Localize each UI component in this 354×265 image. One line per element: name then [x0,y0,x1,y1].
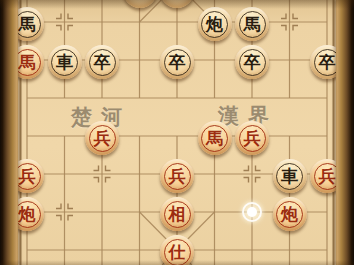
board-intersection[interactable]: 炮 [196,3,234,41]
board-intersection [196,193,234,231]
piece-character: 炮 [281,205,298,223]
board-intersection[interactable]: 卒 [158,41,196,79]
piece-black-chariot[interactable]: 車 [48,45,82,79]
board-intersection [121,79,159,117]
board-intersection [271,3,309,41]
board-intersection [83,193,121,231]
board-intersection [121,155,159,193]
piece-black-cannon[interactable]: 炮 [198,7,232,41]
piece-character: 兵 [94,129,111,147]
board-intersection [46,3,84,41]
board-intersection[interactable]: 卒 [83,41,121,79]
board-intersection[interactable]: 車 [46,41,84,79]
board-intersection [158,79,196,117]
piece-character: 兵 [319,167,336,185]
board-intersection[interactable]: 炮 [271,193,309,231]
wood-rail-right [336,0,354,265]
piece-character: 相 [169,205,186,223]
board-intersection [83,155,121,193]
board-intersection[interactable]: 仕 [158,231,196,265]
piece-red-horse[interactable]: 馬 [198,121,232,155]
board-intersection [196,231,234,265]
board-intersection [121,41,159,79]
piece-red-cannon[interactable]: 炮 [273,197,307,231]
board-intersection [121,3,159,41]
piece-red-advisor[interactable]: 仕 [160,235,194,265]
piece-character: 馬 [19,15,36,33]
piece-character: 兵 [244,129,261,147]
board-intersection [46,155,84,193]
piece-character: 卒 [319,53,336,71]
board-intersection[interactable]: 馬 [233,3,271,41]
board-intersection [271,79,309,117]
board-intersection [121,193,159,231]
board-intersection [83,3,121,41]
board-intersection[interactable]: 兵 [158,155,196,193]
xiangqi-board: 楚河 漢界 馬炮馬馬車卒卒卒卒兵馬兵兵兵車兵炮相炮仕 [0,0,354,265]
board-intersection [196,41,234,79]
board-intersection [196,79,234,117]
board-intersection [46,117,84,155]
piece-red-elephant[interactable]: 相 [160,197,194,231]
piece-character: 馬 [206,129,223,147]
board-intersection[interactable]: 馬 [196,117,234,155]
board-intersection [46,193,84,231]
piece-character: 炮 [206,15,223,33]
wood-rail-left [0,0,18,265]
board-intersection [158,117,196,155]
pieces-grid: 馬炮馬馬車卒卒卒卒兵馬兵兵兵車兵炮相炮仕 [8,0,346,265]
piece-character: 車 [56,53,73,71]
piece-character: 馬 [19,53,36,71]
piece-red-soldier[interactable]: 兵 [160,159,194,193]
board-intersection [46,79,84,117]
board-intersection [83,231,121,265]
board-intersection[interactable]: 兵 [233,117,271,155]
piece-red-soldier[interactable]: 兵 [85,121,119,155]
board-intersection [83,79,121,117]
board-intersection [196,155,234,193]
board-intersection [271,231,309,265]
piece-black-chariot[interactable]: 車 [273,159,307,193]
board-intersection [233,231,271,265]
piece-character: 仕 [169,243,186,261]
board-intersection [121,231,159,265]
board-intersection[interactable] [233,193,271,231]
piece-character: 卒 [94,53,111,71]
board-intersection[interactable]: 兵 [83,117,121,155]
piece-character: 卒 [244,53,261,71]
board-intersection [46,231,84,265]
board-intersection [121,117,159,155]
piece-character: 炮 [19,205,36,223]
piece-red-soldier[interactable]: 兵 [235,121,269,155]
board-intersection [158,3,196,41]
piece-character: 兵 [169,167,186,185]
piece-black-soldier[interactable]: 卒 [85,45,119,79]
move-hint-dot[interactable] [247,207,257,217]
piece-black-soldier[interactable]: 卒 [160,45,194,79]
board-intersection [271,41,309,79]
piece-black-horse[interactable]: 馬 [235,7,269,41]
board-intersection [271,117,309,155]
board-intersection[interactable]: 車 [271,155,309,193]
piece-character: 馬 [244,15,261,33]
piece-character: 車 [281,167,298,185]
piece-character: 卒 [169,53,186,71]
board-intersection[interactable]: 相 [158,193,196,231]
board-intersection [233,79,271,117]
board-intersection[interactable]: 卒 [233,41,271,79]
board-intersection [233,155,271,193]
piece-character: 兵 [19,167,36,185]
piece-black-soldier[interactable]: 卒 [235,45,269,79]
